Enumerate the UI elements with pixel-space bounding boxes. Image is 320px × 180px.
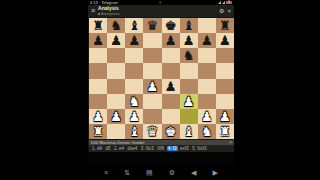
square-f4[interactable]: [180, 79, 198, 94]
move-token[interactable]: exf3: [179, 146, 190, 151]
move-token[interactable]: 3. Nc3: [140, 146, 155, 151]
square-a8[interactable]: ♜: [89, 18, 107, 33]
square-c2[interactable]: ♟: [125, 109, 143, 124]
bottom-toolbar: ≡⇅▤⚙◀▶: [88, 166, 234, 179]
square-a2[interactable]: ♟: [89, 109, 107, 124]
square-g4[interactable]: [198, 79, 216, 94]
square-c7[interactable]: ♟: [125, 33, 143, 48]
square-h2[interactable]: ♟: [216, 109, 234, 124]
square-b1[interactable]: [107, 124, 125, 139]
move-token[interactable]: 2. e4: [113, 146, 125, 151]
signal-icon: [218, 1, 221, 4]
square-d7[interactable]: [143, 33, 161, 48]
square-a1[interactable]: ♜: [89, 124, 107, 139]
square-a5[interactable]: [89, 63, 107, 78]
piece-bb-c8: ♝: [128, 18, 140, 33]
piece-bp-f7: ♟: [183, 33, 195, 48]
square-b7[interactable]: ♟: [107, 33, 125, 48]
engine-icon[interactable]: ⚙: [169, 166, 175, 179]
square-e5[interactable]: [162, 63, 180, 78]
screen: 4:13 · Telegram 5 ≡ Analysis Anonymous ⚙…: [0, 0, 320, 180]
square-h3[interactable]: [216, 94, 234, 109]
gear-icon[interactable]: ⚙: [219, 5, 224, 17]
chess-board: ♜♞♝♛♚♝♜♟♟♟♟♟♟♟♞♟♟♞♟♟♟♟♟♟♜♝♛♚♝♞♜: [89, 18, 234, 139]
battery-icon: 5: [226, 1, 232, 5]
page-subtitle: Anonymous: [98, 12, 119, 16]
piece-bp-a7: ♟: [92, 33, 104, 48]
square-g6[interactable]: [198, 48, 216, 63]
square-d4[interactable]: ♟: [143, 79, 161, 94]
move-token[interactable]: 1. d4: [91, 146, 103, 151]
piece-bp-e7: ♟: [165, 33, 177, 48]
square-a6[interactable]: [89, 48, 107, 63]
page-subtitle-text: Anonymous: [101, 12, 119, 16]
piece-bp-h7: ♟: [219, 33, 231, 48]
square-a4[interactable]: [89, 79, 107, 94]
square-h6[interactable]: [216, 48, 234, 63]
piece-wp-b2: ♟: [110, 109, 122, 124]
status-right-icons: 5: [218, 1, 232, 5]
square-f7[interactable]: ♟: [180, 33, 198, 48]
piece-bp-b7: ♟: [110, 33, 122, 48]
square-a7[interactable]: ♟: [89, 33, 107, 48]
piece-wr-h1: ♜: [219, 124, 231, 139]
piece-bp-e4: ♟: [165, 79, 177, 94]
piece-wn-g1: ♞: [201, 124, 213, 139]
square-f3[interactable]: ♟: [180, 94, 198, 109]
square-d3[interactable]: [143, 94, 161, 109]
menu-icon[interactable]: ≡: [104, 166, 108, 179]
piece-br-h8: ♜: [219, 18, 231, 33]
camera-cutout: [159, 1, 162, 4]
square-a3[interactable]: [89, 94, 107, 109]
square-c1[interactable]: ♝: [125, 124, 143, 139]
square-g8[interactable]: [198, 18, 216, 33]
explorer-icon[interactable]: ▤: [146, 166, 153, 179]
piece-wn-c3: ♞: [128, 94, 140, 109]
square-g3[interactable]: [198, 94, 216, 109]
piece-wp-a2: ♟: [92, 109, 104, 124]
forward-icon[interactable]: ▶: [213, 166, 218, 179]
piece-wp-g2: ♟: [201, 109, 213, 124]
online-dot-icon: [98, 13, 100, 15]
wifi-icon: [222, 1, 225, 4]
square-b6[interactable]: [107, 48, 125, 63]
square-f8[interactable]: ♝: [180, 18, 198, 33]
square-f5[interactable]: [180, 63, 198, 78]
piece-wp-h2: ♟: [219, 109, 231, 124]
dismiss-opening-icon[interactable]: ×: [229, 140, 232, 145]
square-f1[interactable]: ♝: [180, 124, 198, 139]
hamburger-menu-icon[interactable]: ≡: [91, 5, 95, 17]
piece-br-a8: ♜: [92, 18, 104, 33]
move-token[interactable]: Nf6: [156, 146, 165, 151]
square-d5[interactable]: [143, 63, 161, 78]
app-bar: ≡ Analysis Anonymous ⚙ ×: [88, 5, 234, 17]
square-d2[interactable]: [143, 109, 161, 124]
move-token[interactable]: 4. f3: [167, 146, 178, 151]
move-token[interactable]: 5. Nxf3: [191, 146, 207, 151]
square-c6[interactable]: [125, 48, 143, 63]
square-c5[interactable]: [125, 63, 143, 78]
square-g5[interactable]: [198, 63, 216, 78]
square-h1[interactable]: ♜: [216, 124, 234, 139]
piece-bn-f6: ♞: [183, 48, 195, 63]
square-b5[interactable]: [107, 63, 125, 78]
piece-wp-f3: ♟: [183, 94, 195, 109]
square-b4[interactable]: [107, 79, 125, 94]
piece-wb-c1: ♝: [128, 124, 140, 139]
square-h5[interactable]: [216, 63, 234, 78]
square-b3[interactable]: [107, 94, 125, 109]
piece-wk-e1: ♚: [165, 124, 177, 139]
flip-board-icon[interactable]: ⇅: [124, 166, 130, 179]
square-c8[interactable]: ♝: [125, 18, 143, 33]
square-h4[interactable]: [216, 79, 234, 94]
square-b2[interactable]: ♟: [107, 109, 125, 124]
square-d6[interactable]: [143, 48, 161, 63]
square-e1[interactable]: ♚: [162, 124, 180, 139]
piece-wb-f1: ♝: [183, 124, 195, 139]
piece-bq-d8: ♛: [147, 18, 159, 33]
piece-bk-e8: ♚: [165, 18, 177, 33]
move-list: 1. d4d52. e4dxe43. Nc3Nf64. f3exf35. Nxf…: [89, 145, 234, 152]
square-e7[interactable]: ♟: [162, 33, 180, 48]
square-f2[interactable]: [180, 109, 198, 124]
close-icon[interactable]: ×: [227, 5, 231, 17]
square-e3[interactable]: [162, 94, 180, 109]
square-e6[interactable]: [162, 48, 180, 63]
move-token[interactable]: dxe4: [127, 146, 139, 151]
square-e4[interactable]: ♟: [162, 79, 180, 94]
square-d1[interactable]: ♛: [143, 124, 161, 139]
phone-content: 4:13 · Telegram 5 ≡ Analysis Anonymous ⚙…: [88, 0, 234, 180]
piece-wr-a1: ♜: [92, 124, 104, 139]
opening-name: D00 Blackmar-Diemer Gambit: [91, 140, 144, 145]
square-c4[interactable]: [125, 79, 143, 94]
square-c3[interactable]: ♞: [125, 94, 143, 109]
piece-wp-d4: ♟: [147, 79, 159, 94]
piece-bp-c7: ♟: [128, 33, 140, 48]
piece-bp-g7: ♟: [201, 33, 213, 48]
piece-bn-b8: ♞: [110, 18, 122, 33]
title-block: Analysis Anonymous: [98, 6, 119, 16]
square-h7[interactable]: ♟: [216, 33, 234, 48]
piece-wp-c2: ♟: [128, 109, 140, 124]
square-e8[interactable]: ♚: [162, 18, 180, 33]
square-g2[interactable]: ♟: [198, 109, 216, 124]
back-icon[interactable]: ◀: [191, 166, 196, 179]
square-f6[interactable]: ♞: [180, 48, 198, 63]
square-g1[interactable]: ♞: [198, 124, 216, 139]
square-h8[interactable]: ♜: [216, 18, 234, 33]
square-e2[interactable]: [162, 109, 180, 124]
square-b8[interactable]: ♞: [107, 18, 125, 33]
move-token[interactable]: d5: [105, 146, 112, 151]
piece-wq-d1: ♛: [147, 124, 159, 139]
piece-bb-f8: ♝: [183, 18, 195, 33]
square-g7[interactable]: ♟: [198, 33, 216, 48]
square-d8[interactable]: ♛: [143, 18, 161, 33]
